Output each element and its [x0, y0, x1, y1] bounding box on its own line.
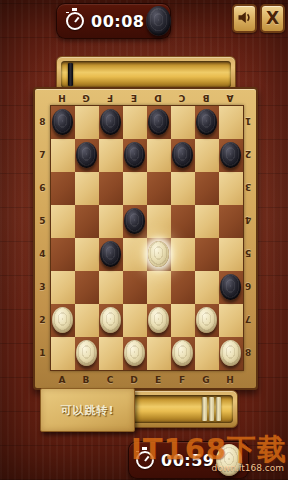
piece-dark-b7[interactable]: [76, 142, 97, 168]
square-b5[interactable]: [75, 205, 99, 238]
piece-light-a2[interactable]: [52, 307, 73, 333]
square-g5[interactable]: [195, 205, 219, 238]
square-f2[interactable]: [171, 304, 195, 337]
sound-button[interactable]: [232, 4, 257, 33]
captured-light-piece: [202, 397, 207, 421]
piece-light-b1[interactable]: [76, 340, 97, 366]
piece-light-d1[interactable]: [124, 340, 145, 366]
piece-dark-h3[interactable]: [220, 274, 241, 300]
square-e6[interactable]: [147, 172, 171, 205]
square-a4[interactable]: [51, 238, 75, 271]
square-g4[interactable]: [195, 238, 219, 271]
coordinate-label: 7: [39, 138, 45, 171]
close-icon: X: [266, 10, 279, 27]
rank-labels-left: 87654321: [36, 105, 49, 369]
coordinate-label: 1: [39, 336, 45, 369]
square-f3[interactable]: [171, 271, 195, 304]
piece-dark-f7[interactable]: [172, 142, 193, 168]
piece-light-f1[interactable]: [172, 340, 193, 366]
square-c5[interactable]: [99, 205, 123, 238]
square-a2[interactable]: [51, 304, 75, 337]
coordinate-label: 6: [245, 270, 251, 303]
square-c8[interactable]: [99, 106, 123, 139]
square-b6[interactable]: [75, 172, 99, 205]
square-a8[interactable]: [51, 106, 75, 139]
square-a3[interactable]: [51, 271, 75, 304]
square-e8[interactable]: [147, 106, 171, 139]
square-e2[interactable]: [147, 304, 171, 337]
piece-light-h1[interactable]: [220, 340, 241, 366]
opponent-dark-piece-indicator: [146, 6, 171, 36]
piece-light-c2[interactable]: [100, 307, 121, 333]
coordinate-label: 4: [245, 204, 251, 237]
coordinate-label: 4: [39, 237, 45, 270]
square-b4[interactable]: [75, 238, 99, 271]
piece-light-g2[interactable]: [196, 307, 217, 333]
square-g7[interactable]: [195, 139, 219, 172]
square-f1[interactable]: [171, 337, 195, 370]
opponent-timer-value: 00:08: [91, 12, 144, 31]
coordinate-label: A: [218, 93, 242, 103]
square-g6[interactable]: [195, 172, 219, 205]
stopwatch-icon: [66, 12, 84, 30]
coordinate-label: D: [122, 375, 146, 385]
square-b8[interactable]: [75, 106, 99, 139]
piece-dark-d5[interactable]: [124, 208, 145, 234]
square-a7[interactable]: [51, 139, 75, 172]
square-b7[interactable]: [75, 139, 99, 172]
square-h1[interactable]: [219, 337, 243, 370]
square-e5[interactable]: [147, 205, 171, 238]
coordinate-label: 6: [39, 171, 45, 204]
coordinate-label: 8: [39, 105, 45, 138]
square-d7[interactable]: [123, 139, 147, 172]
square-g2[interactable]: [195, 304, 219, 337]
square-b3[interactable]: [75, 271, 99, 304]
square-d5[interactable]: [123, 205, 147, 238]
coordinate-label: C: [98, 375, 122, 385]
square-g8[interactable]: [195, 106, 219, 139]
square-f4[interactable]: [171, 238, 195, 271]
piece-dark-d7[interactable]: [124, 142, 145, 168]
hint-message: 可以跳转!: [60, 403, 114, 418]
message-panel: 可以跳转!: [40, 388, 135, 432]
coordinate-label: D: [146, 93, 170, 103]
coordinate-label: 5: [39, 204, 45, 237]
piece-light-e2[interactable]: [148, 307, 169, 333]
coordinate-label: 2: [39, 303, 45, 336]
captured-dark-tray-slot: [61, 61, 231, 88]
piece-dark-a8[interactable]: [52, 109, 73, 135]
stopwatch-icon: [136, 451, 154, 469]
piece-dark-g8[interactable]: [196, 109, 217, 135]
coordinate-label: F: [98, 93, 122, 103]
player-timer-panel: 00:59: [128, 441, 249, 479]
square-h2[interactable]: [219, 304, 243, 337]
square-d3[interactable]: [123, 271, 147, 304]
square-c7[interactable]: [99, 139, 123, 172]
square-c1[interactable]: [99, 337, 123, 370]
square-e4[interactable]: [147, 238, 171, 271]
coordinate-label: F: [170, 375, 194, 385]
square-e7[interactable]: [147, 139, 171, 172]
square-d2[interactable]: [123, 304, 147, 337]
square-g3[interactable]: [195, 271, 219, 304]
square-e3[interactable]: [147, 271, 171, 304]
coordinate-label: 7: [245, 303, 251, 336]
captured-dark-piece: [68, 63, 73, 86]
board-frame: HGFEDCBA ABCDEFGH 87654321 12345678: [33, 87, 258, 390]
square-h5[interactable]: [219, 205, 243, 238]
coordinate-label: E: [122, 93, 146, 103]
captured-light-piece: [216, 397, 221, 421]
square-d1[interactable]: [123, 337, 147, 370]
square-h4[interactable]: [219, 238, 243, 271]
coordinate-label: B: [194, 93, 218, 103]
square-g1[interactable]: [195, 337, 219, 370]
coordinate-label: 2: [245, 138, 251, 171]
square-f5[interactable]: [171, 205, 195, 238]
square-a5[interactable]: [51, 205, 75, 238]
square-h6[interactable]: [219, 172, 243, 205]
player-light-piece-indicator: [216, 444, 242, 476]
square-b1[interactable]: [75, 337, 99, 370]
coordinate-label: A: [50, 375, 74, 385]
piece-dark-c4[interactable]: [100, 241, 121, 267]
square-e1[interactable]: [147, 337, 171, 370]
file-labels-bottom: ABCDEFGH: [50, 373, 242, 386]
piece-dark-c8[interactable]: [100, 109, 121, 135]
square-c4[interactable]: [99, 238, 123, 271]
coordinate-label: 1: [245, 105, 251, 138]
square-f8[interactable]: [171, 106, 195, 139]
square-h3[interactable]: [219, 271, 243, 304]
square-a6[interactable]: [51, 172, 75, 205]
piece-light-e4-selected[interactable]: [148, 241, 169, 267]
coordinate-label: 5: [245, 237, 251, 270]
square-a1[interactable]: [51, 337, 75, 370]
coordinate-label: B: [74, 375, 98, 385]
coordinate-label: 3: [245, 171, 251, 204]
player-timer-value: 00:59: [161, 451, 214, 470]
square-h8[interactable]: [219, 106, 243, 139]
board: [50, 105, 244, 371]
file-labels-top: HGFEDCBA: [50, 91, 242, 104]
coordinate-label: H: [50, 93, 74, 103]
piece-dark-e8[interactable]: [148, 109, 169, 135]
square-h7[interactable]: [219, 139, 243, 172]
coordinate-label: 3: [39, 270, 45, 303]
coordinate-label: G: [74, 93, 98, 103]
game-screen: 00:08 X HGFEDCBA ABCDEFGH 87654321 12345…: [0, 0, 288, 480]
square-c6[interactable]: [99, 172, 123, 205]
close-button[interactable]: X: [260, 4, 285, 33]
square-c3[interactable]: [99, 271, 123, 304]
square-c2[interactable]: [99, 304, 123, 337]
square-d8[interactable]: [123, 106, 147, 139]
opponent-timer-panel: 00:08: [56, 3, 171, 39]
coordinate-label: E: [146, 375, 170, 385]
square-d6[interactable]: [123, 172, 147, 205]
square-f7[interactable]: [171, 139, 195, 172]
speaker-icon: [236, 9, 253, 29]
coordinate-label: H: [218, 375, 242, 385]
square-f6[interactable]: [171, 172, 195, 205]
square-d4[interactable]: [123, 238, 147, 271]
captured-light-piece: [209, 397, 214, 421]
piece-dark-h7[interactable]: [220, 142, 241, 168]
coordinate-label: G: [194, 375, 218, 385]
coordinate-label: 8: [245, 336, 251, 369]
coordinate-label: C: [170, 93, 194, 103]
square-b2[interactable]: [75, 304, 99, 337]
